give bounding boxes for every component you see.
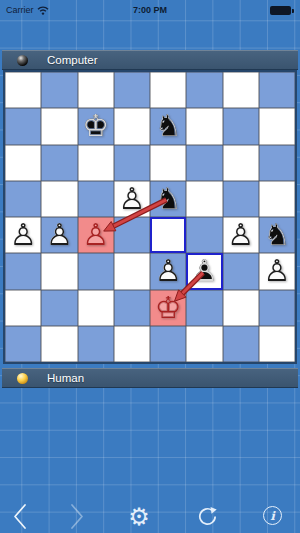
square-g1[interactable] xyxy=(223,326,259,362)
piece-white-pawn: ♟♙ xyxy=(41,217,77,253)
gold-sphere-icon xyxy=(17,373,28,384)
square-d4[interactable] xyxy=(114,217,150,253)
square-b7[interactable] xyxy=(41,108,77,144)
computer-label: Computer xyxy=(47,54,98,66)
computer-player-bar: Computer xyxy=(2,50,298,70)
clock: 7:00 PM xyxy=(0,5,300,15)
piece-black-knight: ♞♘ xyxy=(150,108,186,144)
piece-white-pawn: ♟♙ xyxy=(259,253,295,289)
black-sphere-icon xyxy=(17,55,28,66)
square-e2[interactable]: ♚♔ xyxy=(150,290,186,326)
square-h1[interactable] xyxy=(259,326,295,362)
square-b1[interactable] xyxy=(41,326,77,362)
square-a5[interactable] xyxy=(5,181,41,217)
square-g7[interactable] xyxy=(223,108,259,144)
back-button[interactable] xyxy=(12,503,28,530)
square-d1[interactable] xyxy=(114,326,150,362)
settings-button[interactable]: ⚙ xyxy=(127,503,151,530)
square-f7[interactable] xyxy=(186,108,222,144)
square-c7[interactable]: ♚♔ xyxy=(78,108,114,144)
square-e7[interactable]: ♞♘ xyxy=(150,108,186,144)
square-b6[interactable] xyxy=(41,145,77,181)
square-d8[interactable] xyxy=(114,72,150,108)
square-d3[interactable] xyxy=(114,253,150,289)
forward-button[interactable] xyxy=(69,503,85,530)
square-f8[interactable] xyxy=(186,72,222,108)
gear-icon: ⚙ xyxy=(128,505,150,529)
info-icon: i xyxy=(270,510,275,522)
square-b8[interactable] xyxy=(41,72,77,108)
square-d5[interactable]: ♟♙ xyxy=(114,181,150,217)
chevron-left-icon xyxy=(12,503,28,530)
square-g8[interactable] xyxy=(223,72,259,108)
refresh-icon xyxy=(196,505,219,528)
square-g4[interactable]: ♟♙ xyxy=(223,217,259,253)
square-a2[interactable] xyxy=(5,290,41,326)
square-h5[interactable] xyxy=(259,181,295,217)
piece-white-pawn: ♟♙ xyxy=(78,217,114,253)
square-c5[interactable] xyxy=(78,181,114,217)
square-h2[interactable] xyxy=(259,290,295,326)
human-label: Human xyxy=(47,372,84,384)
piece-white-king: ♚♔ xyxy=(150,290,186,326)
square-c2[interactable] xyxy=(78,290,114,326)
piece-white-pawn: ♟♙ xyxy=(114,181,150,217)
square-c3[interactable] xyxy=(78,253,114,289)
square-h3[interactable]: ♟♙ xyxy=(259,253,295,289)
square-h7[interactable] xyxy=(259,108,295,144)
square-e6[interactable] xyxy=(150,145,186,181)
square-f6[interactable] xyxy=(186,145,222,181)
square-b3[interactable] xyxy=(41,253,77,289)
new-game-button[interactable] xyxy=(196,505,219,528)
piece-black-pawn: ♟♙ xyxy=(186,253,222,289)
square-f3[interactable]: ♟♙ xyxy=(186,253,222,289)
square-b4[interactable]: ♟♙ xyxy=(41,217,77,253)
piece-white-pawn: ♟♙ xyxy=(150,253,186,289)
piece-white-pawn: ♟♙ xyxy=(5,217,41,253)
square-c1[interactable] xyxy=(78,326,114,362)
piece-black-knight: ♞♘ xyxy=(150,181,186,217)
square-f5[interactable] xyxy=(186,181,222,217)
square-h4[interactable]: ♞♘ xyxy=(259,217,295,253)
status-bar: Carrier 7:00 PM xyxy=(0,0,300,20)
square-g6[interactable] xyxy=(223,145,259,181)
square-g2[interactable] xyxy=(223,290,259,326)
square-g3[interactable] xyxy=(223,253,259,289)
square-a7[interactable] xyxy=(5,108,41,144)
chevron-right-icon xyxy=(69,503,85,530)
square-e3[interactable]: ♟♙ xyxy=(150,253,186,289)
piece-white-pawn: ♟♙ xyxy=(223,217,259,253)
human-player-bar: Human xyxy=(2,368,298,388)
square-a3[interactable] xyxy=(5,253,41,289)
square-d2[interactable] xyxy=(114,290,150,326)
square-b2[interactable] xyxy=(41,290,77,326)
square-e8[interactable] xyxy=(150,72,186,108)
square-f4[interactable] xyxy=(186,217,222,253)
piece-black-king: ♚♔ xyxy=(78,108,114,144)
info-button[interactable]: i xyxy=(263,506,282,525)
square-e1[interactable] xyxy=(150,326,186,362)
square-f2[interactable] xyxy=(186,290,222,326)
square-c6[interactable] xyxy=(78,145,114,181)
square-c8[interactable] xyxy=(78,72,114,108)
square-g5[interactable] xyxy=(223,181,259,217)
square-c4[interactable]: ♟♙ xyxy=(78,217,114,253)
square-e5[interactable]: ♞♘ xyxy=(150,181,186,217)
square-a1[interactable] xyxy=(5,326,41,362)
square-d7[interactable] xyxy=(114,108,150,144)
app-screen: Carrier 7:00 PM Computer ♚♔♞♘♟♙♞♘♟♙♟♙♟♙♟… xyxy=(0,0,300,533)
square-h8[interactable] xyxy=(259,72,295,108)
chess-board: ♚♔♞♘♟♙♞♘♟♙♟♙♟♙♟♙♞♘♟♙♟♙♟♙♚♔ xyxy=(3,70,297,364)
square-f1[interactable] xyxy=(186,326,222,362)
square-b5[interactable] xyxy=(41,181,77,217)
square-a8[interactable] xyxy=(5,72,41,108)
piece-black-knight: ♞♘ xyxy=(259,217,295,253)
square-a4[interactable]: ♟♙ xyxy=(5,217,41,253)
square-e4[interactable] xyxy=(150,217,186,253)
square-a6[interactable] xyxy=(5,145,41,181)
square-d6[interactable] xyxy=(114,145,150,181)
square-h6[interactable] xyxy=(259,145,295,181)
battery-icon xyxy=(270,6,291,15)
